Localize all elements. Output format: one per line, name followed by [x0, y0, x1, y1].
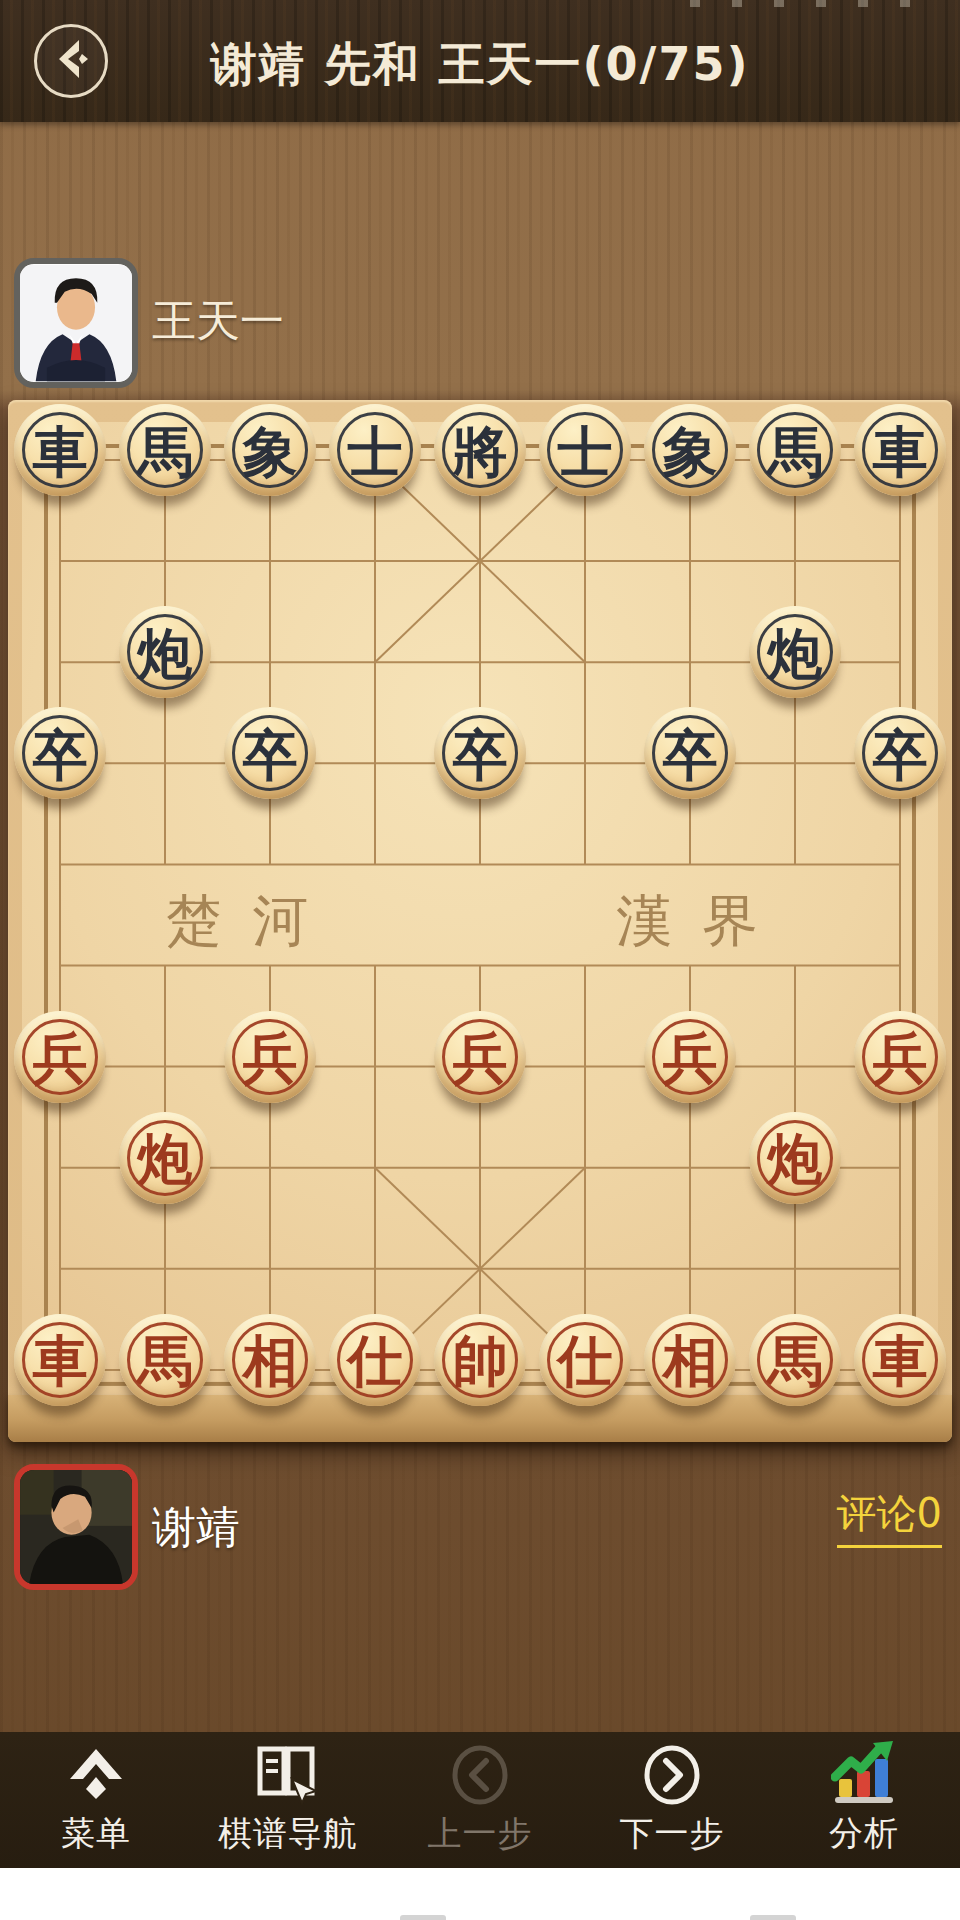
- piece-black-elephant[interactable]: 象: [644, 404, 736, 496]
- toolbar-label: 菜单: [61, 1811, 131, 1857]
- next-step-icon: [642, 1743, 702, 1805]
- prev-step-icon: [450, 1743, 510, 1805]
- book-navigation-icon: [254, 1743, 322, 1805]
- piece-black-soldier[interactable]: 卒: [644, 707, 736, 799]
- piece-grid: 車馬象士將士象馬車炮炮卒卒卒卒卒兵兵兵兵兵炮炮車馬相仕帥仕相馬車: [8, 410, 953, 1421]
- toolbar-item-prev: 上一步: [384, 1732, 576, 1868]
- piece-red-elephant[interactable]: 相: [224, 1314, 316, 1406]
- piece-red-soldier[interactable]: 兵: [434, 1011, 526, 1103]
- piece-black-cannon[interactable]: 炮: [749, 606, 841, 698]
- menu-icon: [65, 1743, 127, 1805]
- player-name-top: 王天一: [152, 292, 284, 351]
- piece-red-chariot[interactable]: 車: [14, 1314, 106, 1406]
- piece-black-elephant[interactable]: 象: [224, 404, 316, 496]
- piece-red-soldier[interactable]: 兵: [644, 1011, 736, 1103]
- piece-red-chariot[interactable]: 車: [854, 1314, 946, 1406]
- toolbar-label: 棋谱导航: [218, 1811, 358, 1857]
- piece-black-chariot[interactable]: 車: [14, 404, 106, 496]
- piece-red-cannon[interactable]: 炮: [749, 1112, 841, 1204]
- bottom-toolbar: 菜单 棋谱导航 上一步: [0, 1732, 960, 1868]
- piece-red-general[interactable]: 帥: [434, 1314, 526, 1406]
- piece-red-elephant[interactable]: 相: [644, 1314, 736, 1406]
- piece-black-soldier[interactable]: 卒: [434, 707, 526, 799]
- nav-hint: [400, 1915, 446, 1920]
- piece-black-general[interactable]: 將: [434, 404, 526, 496]
- xiangqi-board[interactable]: 楚河 漢界 車馬象士將士象馬車炮炮卒卒卒卒卒兵兵兵兵兵炮炮車馬相仕帥仕相馬車: [8, 400, 952, 1442]
- piece-black-advisor[interactable]: 士: [539, 404, 631, 496]
- player-avatar-top: [14, 258, 138, 388]
- top-bar: 谢靖 先和 王天一(0/75): [0, 0, 960, 122]
- piece-red-soldier[interactable]: 兵: [854, 1011, 946, 1103]
- toolbar-label: 分析: [829, 1811, 899, 1857]
- piece-red-soldier[interactable]: 兵: [14, 1011, 106, 1103]
- piece-red-advisor[interactable]: 仕: [539, 1314, 631, 1406]
- toolbar-item-next[interactable]: 下一步: [576, 1732, 768, 1868]
- piece-red-cannon[interactable]: 炮: [119, 1112, 211, 1204]
- piece-black-chariot[interactable]: 車: [854, 404, 946, 496]
- toolbar-label: 上一步: [428, 1811, 533, 1857]
- piece-red-horse[interactable]: 馬: [749, 1314, 841, 1406]
- piece-black-soldier[interactable]: 卒: [854, 707, 946, 799]
- piece-red-horse[interactable]: 馬: [119, 1314, 211, 1406]
- toolbar-label: 下一步: [620, 1811, 725, 1857]
- piece-black-cannon[interactable]: 炮: [119, 606, 211, 698]
- piece-red-soldier[interactable]: 兵: [224, 1011, 316, 1103]
- comments-link[interactable]: 评论0: [837, 1486, 942, 1548]
- player-name-bottom: 谢靖: [152, 1498, 240, 1557]
- piece-black-soldier[interactable]: 卒: [14, 707, 106, 799]
- nav-hint: [750, 1915, 796, 1920]
- player-avatar-bottom: [14, 1464, 138, 1590]
- piece-black-soldier[interactable]: 卒: [224, 707, 316, 799]
- piece-black-horse[interactable]: 馬: [749, 404, 841, 496]
- app-screen: 谢靖 先和 王天一(0/75) 王天一 楚河 漢界 車馬象士將士象馬車炮炮卒卒卒…: [0, 0, 960, 1920]
- toolbar-item-analysis[interactable]: 分析: [768, 1732, 960, 1868]
- system-nav-strip: [0, 1868, 960, 1920]
- page-title: 谢靖 先和 王天一(0/75): [0, 34, 960, 96]
- status-bar-remnant: [690, 0, 930, 7]
- toolbar-item-menu[interactable]: 菜单: [0, 1732, 192, 1868]
- piece-red-advisor[interactable]: 仕: [329, 1314, 421, 1406]
- piece-black-advisor[interactable]: 士: [329, 404, 421, 496]
- toolbar-item-navigation[interactable]: 棋谱导航: [192, 1732, 384, 1868]
- piece-black-horse[interactable]: 馬: [119, 404, 211, 496]
- analysis-chart-icon: [831, 1743, 897, 1805]
